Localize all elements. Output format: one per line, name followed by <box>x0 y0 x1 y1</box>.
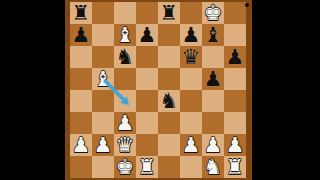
piece-white-pawn-a2[interactable]: ♟ <box>70 134 92 156</box>
rank-label-8: 8 <box>65 12 71 16</box>
square-f4[interactable] <box>180 90 202 112</box>
square-a3[interactable] <box>70 112 92 134</box>
file-label-g: g <box>210 178 216 180</box>
piece-black-pawn-h6[interactable]: ♟ <box>224 46 246 68</box>
square-d5[interactable] <box>136 68 158 90</box>
rank-label-1: 1 <box>65 166 71 170</box>
piece-black-rook-e8[interactable]: ♜ <box>158 2 180 24</box>
piece-white-bishop-b5[interactable]: ♝ <box>92 68 114 90</box>
square-h8[interactable] <box>224 2 246 24</box>
square-d4[interactable] <box>136 90 158 112</box>
file-label-c: c <box>122 178 128 180</box>
square-h3[interactable] <box>224 112 246 134</box>
piece-white-rook-h1[interactable]: ♜ <box>224 156 246 178</box>
square-c4[interactable] <box>114 90 136 112</box>
piece-white-king-c1[interactable]: ♚ <box>114 156 136 178</box>
file-label-f: f <box>188 178 194 180</box>
board-grid: ♜♜♚♟♝♟♟♝♞♛♟♝♟♞♟♟♟♛♟♟♟♚♜♞♜ <box>70 2 246 178</box>
square-e1[interactable] <box>158 156 180 178</box>
square-e6[interactable] <box>158 46 180 68</box>
piece-white-knight-g1[interactable]: ♞ <box>202 156 224 178</box>
rank-label-5: 5 <box>65 78 71 82</box>
square-d6[interactable] <box>136 46 158 68</box>
piece-black-pawn-f7[interactable]: ♟ <box>180 24 202 46</box>
square-e5[interactable] <box>158 68 180 90</box>
screenshot-stage: ♜♜♚♟♝♟♟♝♞♛♟♝♟♞♟♟♟♛♟♟♟♚♜♞♜ abcdefgh876543… <box>0 0 320 180</box>
square-h5[interactable] <box>224 68 246 90</box>
square-b8[interactable] <box>92 2 114 24</box>
square-g4[interactable] <box>202 90 224 112</box>
square-f3[interactable] <box>180 112 202 134</box>
piece-white-king-g8[interactable]: ♚ <box>202 2 224 24</box>
square-b7[interactable] <box>92 24 114 46</box>
square-h4[interactable] <box>224 90 246 112</box>
square-b1[interactable] <box>92 156 114 178</box>
square-b3[interactable] <box>92 112 114 134</box>
square-d3[interactable] <box>136 112 158 134</box>
square-d2[interactable] <box>136 134 158 156</box>
piece-black-rook-a8[interactable]: ♜ <box>70 2 92 24</box>
piece-white-bishop-c7[interactable]: ♝ <box>114 24 136 46</box>
piece-white-pawn-h2[interactable]: ♟ <box>224 134 246 156</box>
square-e2[interactable] <box>158 134 180 156</box>
square-f5[interactable] <box>180 68 202 90</box>
square-c8[interactable] <box>114 2 136 24</box>
file-label-d: d <box>144 178 150 180</box>
rank-label-4: 4 <box>65 100 71 104</box>
file-label-b: b <box>100 178 106 180</box>
file-label-e: e <box>166 178 172 180</box>
rank-label-2: 2 <box>65 144 71 148</box>
rank-label-3: 3 <box>65 122 71 126</box>
square-a4[interactable] <box>70 90 92 112</box>
corner-dot <box>245 3 249 7</box>
piece-black-pawn-a7[interactable]: ♟ <box>70 24 92 46</box>
piece-white-rook-d1[interactable]: ♜ <box>136 156 158 178</box>
piece-black-queen-f6[interactable]: ♛ <box>180 46 202 68</box>
piece-white-pawn-f2[interactable]: ♟ <box>180 134 202 156</box>
rank-label-6: 6 <box>65 56 71 60</box>
square-e7[interactable] <box>158 24 180 46</box>
square-f8[interactable] <box>180 2 202 24</box>
square-a6[interactable] <box>70 46 92 68</box>
piece-black-knight-e4[interactable]: ♞ <box>158 90 180 112</box>
piece-black-bishop-g7[interactable]: ♝ <box>202 24 224 46</box>
square-b4[interactable] <box>92 90 114 112</box>
square-f1[interactable] <box>180 156 202 178</box>
square-d8[interactable] <box>136 2 158 24</box>
square-a5[interactable] <box>70 68 92 90</box>
piece-black-knight-c6[interactable]: ♞ <box>114 46 136 68</box>
square-a1[interactable] <box>70 156 92 178</box>
square-g6[interactable] <box>202 46 224 68</box>
square-b6[interactable] <box>92 46 114 68</box>
file-label-h: h <box>232 178 238 180</box>
piece-white-pawn-c3[interactable]: ♟ <box>114 112 136 134</box>
rank-label-7: 7 <box>65 34 71 38</box>
piece-white-pawn-b2[interactable]: ♟ <box>92 134 114 156</box>
chess-board-frame: ♜♜♚♟♝♟♟♝♞♛♟♝♟♞♟♟♟♛♟♟♟♚♜♞♜ abcdefgh876543… <box>65 0 252 180</box>
piece-white-pawn-g2[interactable]: ♟ <box>202 134 224 156</box>
piece-black-pawn-d7[interactable]: ♟ <box>136 24 158 46</box>
square-h7[interactable] <box>224 24 246 46</box>
square-e3[interactable] <box>158 112 180 134</box>
square-g3[interactable] <box>202 112 224 134</box>
file-label-a: a <box>78 178 84 180</box>
square-c5[interactable] <box>114 68 136 90</box>
piece-black-pawn-g5[interactable]: ♟ <box>202 68 224 90</box>
piece-white-queen-c2[interactable]: ♛ <box>114 134 136 156</box>
